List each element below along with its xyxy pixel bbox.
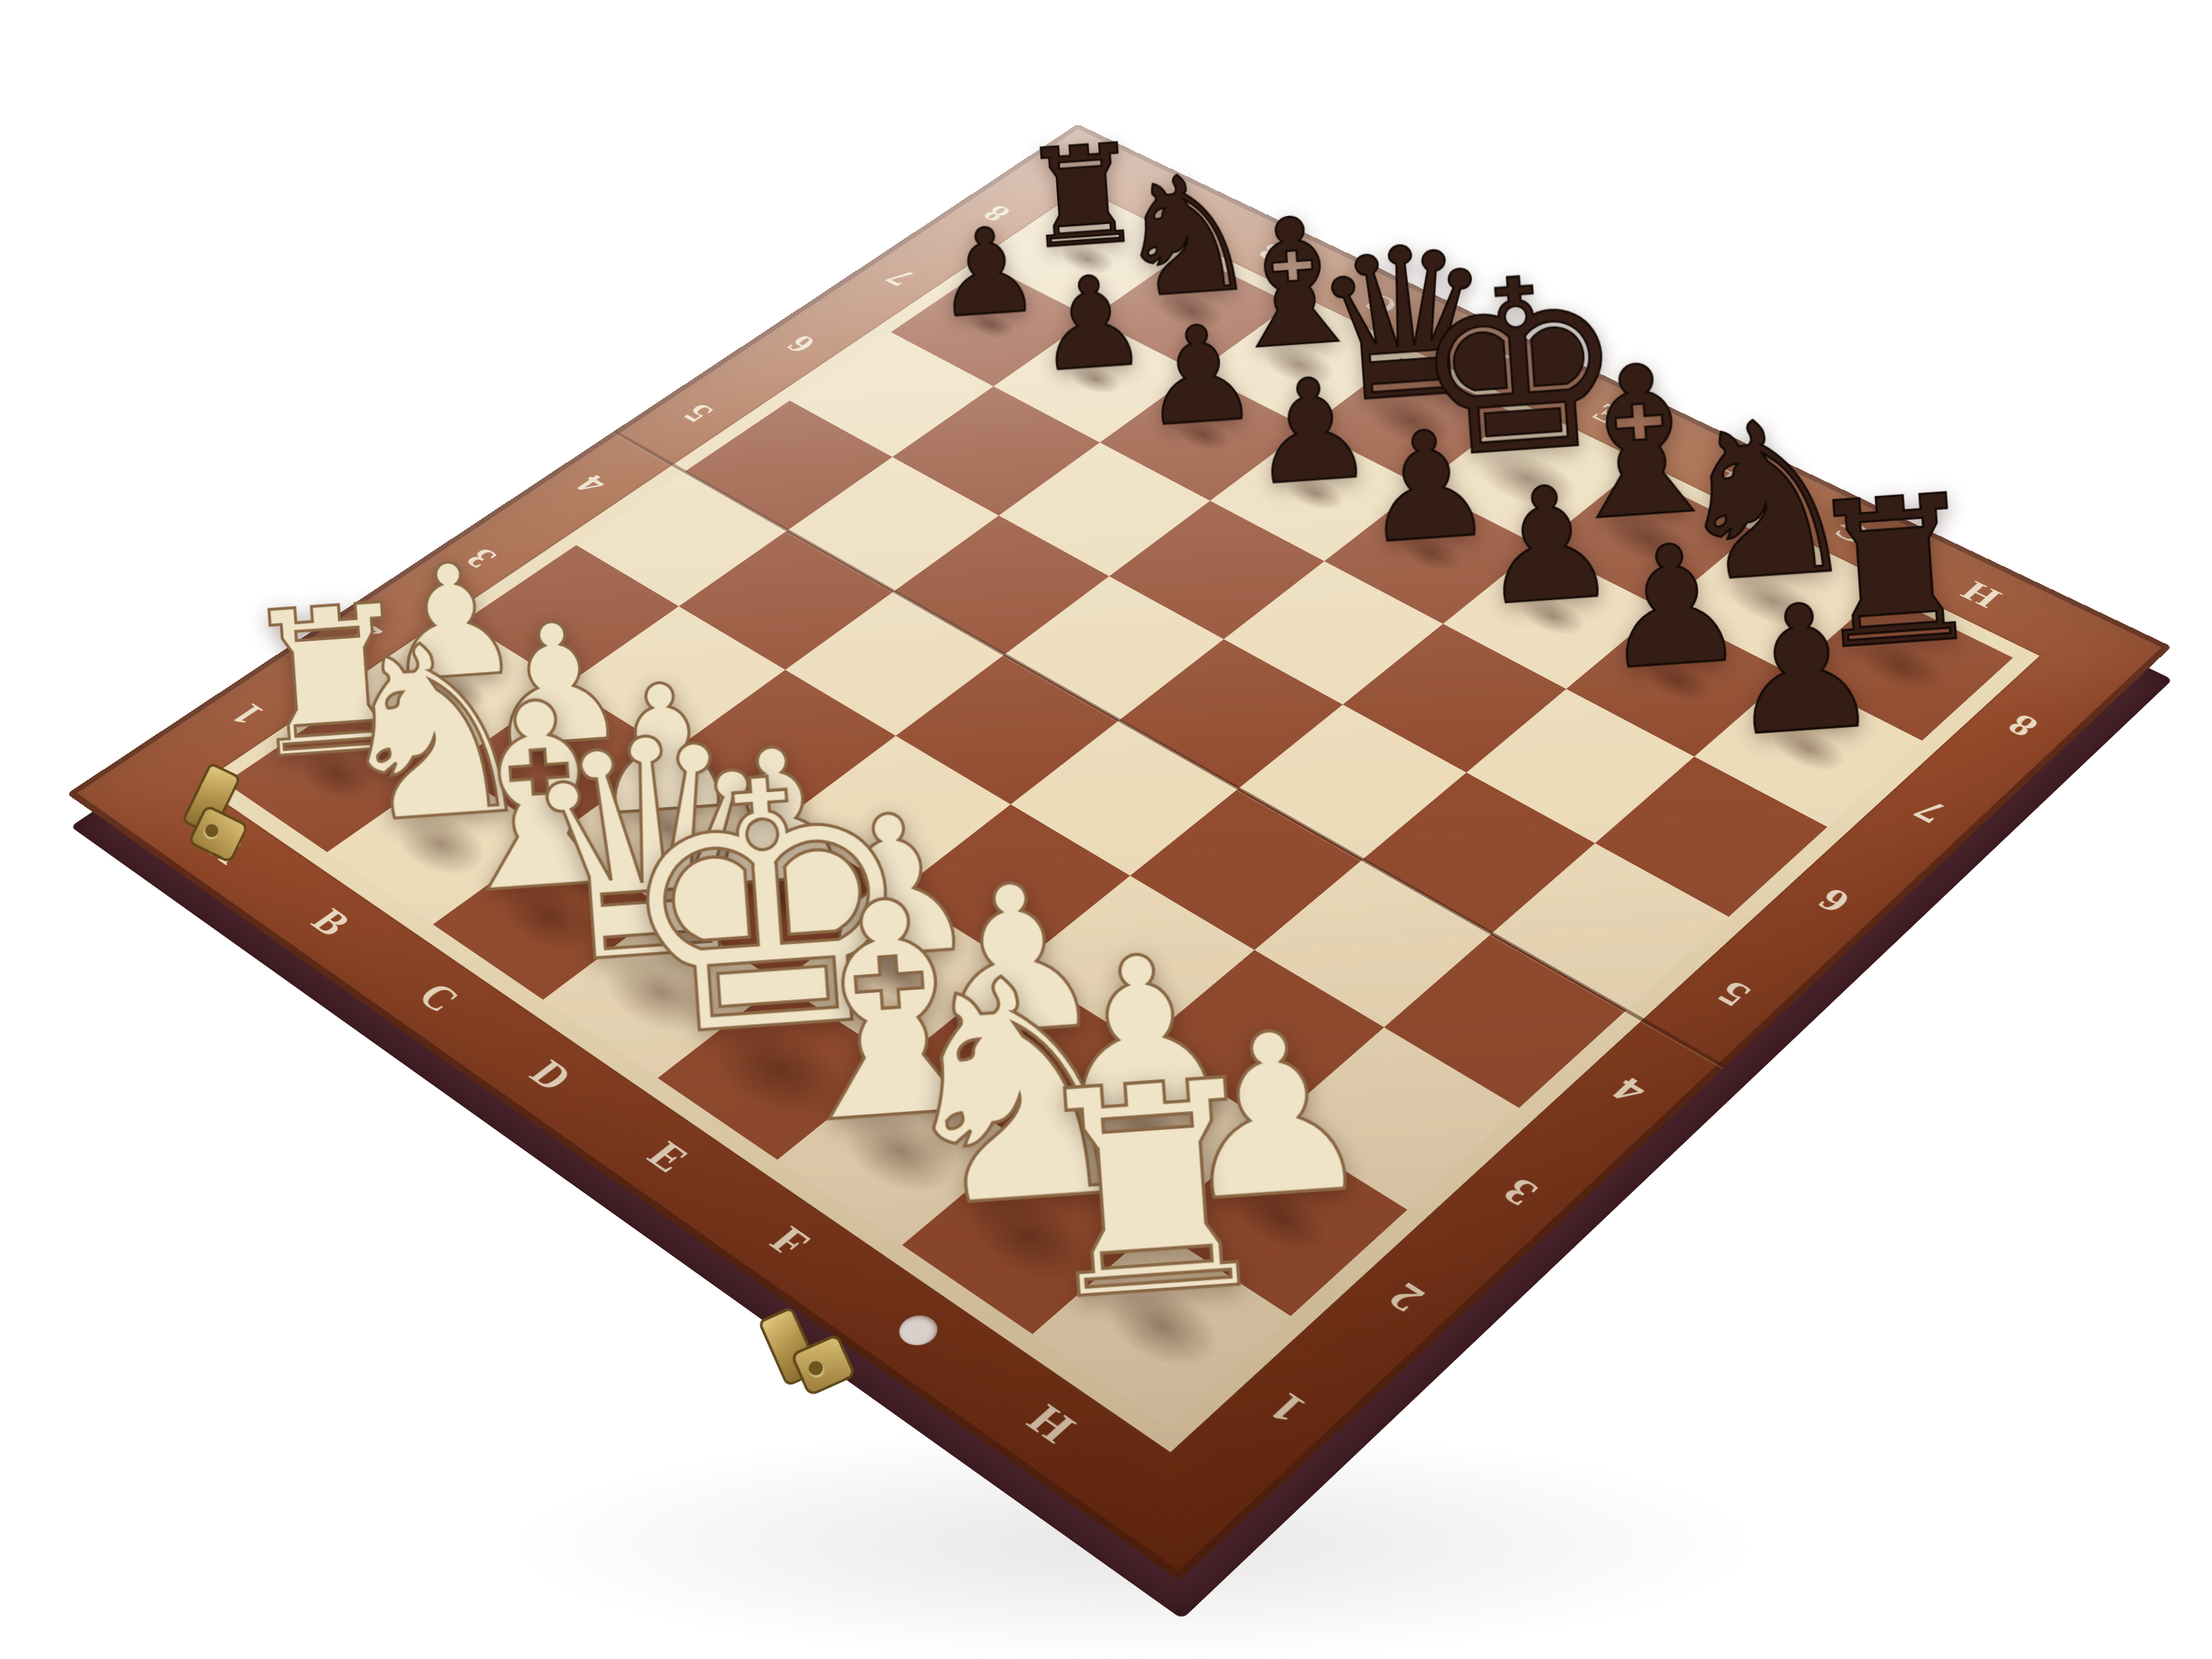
white-rook-glyph: ♜ — [1015, 1040, 1290, 1342]
board-scene: ABCDEFH ABCDEFGH 87654321 87654321 ♜♞♟♝♟… — [323, 0, 1915, 1516]
board-frame: ABCDEFH ABCDEFGH 87654321 87654321 ♜♞♟♝♟… — [67, 124, 2172, 1581]
g-label-hole — [891, 1310, 945, 1352]
board-scene-rotation: ABCDEFH ABCDEFGH 87654321 87654321 ♜♞♟♝♟… — [0, 0, 2212, 1659]
product-photo-chessboard: ABCDEFH ABCDEFGH 87654321 87654321 ♜♞♟♝♟… — [0, 0, 2212, 1659]
black-pawn-glyph: ♟ — [1719, 578, 1887, 762]
chess-board: ABCDEFH ABCDEFGH 87654321 87654321 ♜♞♟♝♟… — [67, 124, 2172, 1581]
